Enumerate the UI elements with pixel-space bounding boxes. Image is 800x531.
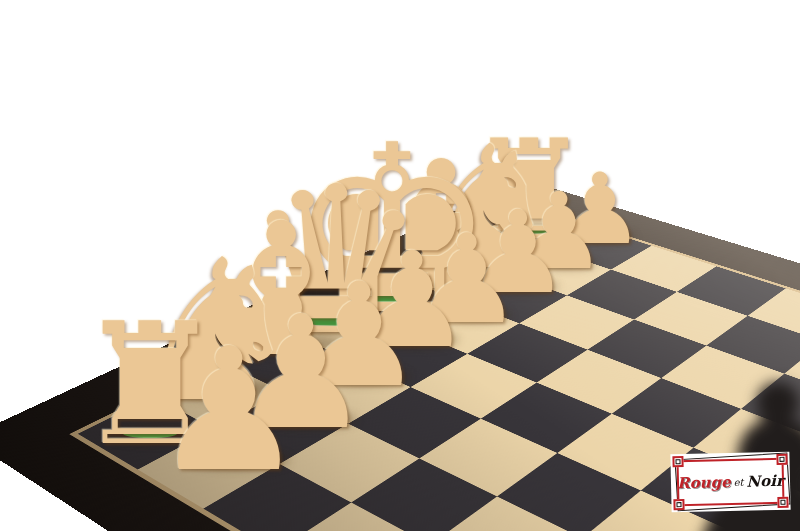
logo-word-noir: Noir — [746, 472, 784, 491]
logo-text: Rouge et Noir — [670, 452, 790, 513]
logo-word-et: et — [733, 476, 743, 487]
piece-white-pawn-a2: ♟ — [153, 325, 305, 495]
rouge-et-noir-logo: Rouge et Noir — [670, 452, 790, 513]
chess-set-product-photo: ♜♞♝♛♚♝♞♜♟♟♟♟♟♟♟♟ ♟ Rouge et Noir — [0, 0, 800, 531]
logo-word-rouge: Rouge — [677, 473, 731, 492]
white-pawn-glyph: ♟ — [153, 325, 305, 495]
pieces-layer: ♜♞♝♛♚♝♞♜♟♟♟♟♟♟♟♟ — [0, 0, 800, 531]
